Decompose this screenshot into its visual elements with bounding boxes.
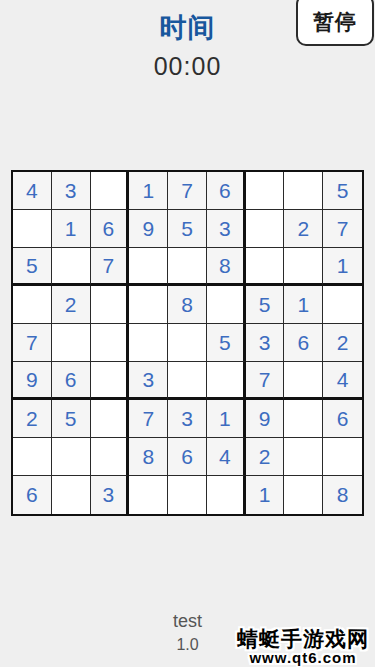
sudoku-cell[interactable]: 9 xyxy=(246,400,285,438)
sudoku-cell[interactable]: 1 xyxy=(284,286,323,324)
sudoku-cell[interactable] xyxy=(284,476,323,514)
sudoku-cell[interactable] xyxy=(284,248,323,286)
sudoku-cell[interactable] xyxy=(284,362,323,400)
sudoku-cell[interactable]: 7 xyxy=(168,172,207,210)
sudoku-cell[interactable] xyxy=(13,286,52,324)
sudoku-cell[interactable] xyxy=(207,362,246,400)
sudoku-cell[interactable]: 4 xyxy=(323,362,362,400)
sudoku-board: 4317651695327578128517536296374257319686… xyxy=(11,170,364,516)
sudoku-cell[interactable]: 7 xyxy=(246,362,285,400)
sudoku-cell[interactable]: 2 xyxy=(284,210,323,248)
sudoku-cell[interactable] xyxy=(207,476,246,514)
sudoku-cell[interactable]: 2 xyxy=(246,438,285,476)
watermark: 蜻蜓手游戏网 www.qt6.com xyxy=(237,628,369,665)
sudoku-cell[interactable] xyxy=(52,324,91,362)
sudoku-cell[interactable]: 2 xyxy=(52,286,91,324)
sudoku-cell[interactable]: 6 xyxy=(323,400,362,438)
sudoku-cell[interactable] xyxy=(13,438,52,476)
sudoku-cell[interactable]: 5 xyxy=(323,172,362,210)
sudoku-cell[interactable] xyxy=(129,286,168,324)
sudoku-cell[interactable]: 8 xyxy=(323,476,362,514)
sudoku-cell[interactable]: 8 xyxy=(207,248,246,286)
sudoku-cell[interactable]: 1 xyxy=(207,400,246,438)
sudoku-cell[interactable] xyxy=(129,248,168,286)
sudoku-app: { "game": "sudoku", "position": "4301760… xyxy=(0,0,375,667)
sudoku-cell[interactable]: 5 xyxy=(13,248,52,286)
sudoku-cell[interactable]: 8 xyxy=(168,286,207,324)
sudoku-cell[interactable]: 6 xyxy=(13,476,52,514)
sudoku-cell[interactable] xyxy=(323,286,362,324)
sudoku-cell[interactable]: 3 xyxy=(129,362,168,400)
sudoku-cell[interactable]: 7 xyxy=(13,324,52,362)
sudoku-cell[interactable] xyxy=(168,476,207,514)
sudoku-cell[interactable] xyxy=(168,362,207,400)
sudoku-cell[interactable] xyxy=(168,248,207,286)
sudoku-cell[interactable]: 6 xyxy=(284,324,323,362)
sudoku-cell[interactable]: 7 xyxy=(323,210,362,248)
sudoku-cell[interactable]: 3 xyxy=(207,210,246,248)
sudoku-cell[interactable] xyxy=(91,400,130,438)
sudoku-cell[interactable]: 7 xyxy=(91,248,130,286)
sudoku-cell[interactable]: 5 xyxy=(246,286,285,324)
sudoku-cell[interactable]: 3 xyxy=(246,324,285,362)
sudoku-cell[interactable]: 6 xyxy=(91,210,130,248)
sudoku-cell[interactable] xyxy=(284,400,323,438)
sudoku-cell[interactable] xyxy=(52,438,91,476)
sudoku-cell[interactable]: 2 xyxy=(323,324,362,362)
sudoku-cell[interactable]: 6 xyxy=(52,362,91,400)
sudoku-cell[interactable] xyxy=(129,476,168,514)
sudoku-cell[interactable]: 9 xyxy=(13,362,52,400)
sudoku-cell[interactable]: 3 xyxy=(168,400,207,438)
sudoku-cell[interactable]: 6 xyxy=(168,438,207,476)
pause-button[interactable]: 暂停 xyxy=(296,0,374,46)
timer-value: 00:00 xyxy=(0,52,375,81)
sudoku-cell[interactable] xyxy=(91,438,130,476)
sudoku-cell[interactable] xyxy=(284,438,323,476)
sudoku-cell[interactable]: 3 xyxy=(52,172,91,210)
sudoku-cell[interactable] xyxy=(91,362,130,400)
sudoku-cell[interactable] xyxy=(52,476,91,514)
sudoku-cell[interactable] xyxy=(129,324,168,362)
sudoku-cell[interactable]: 1 xyxy=(246,476,285,514)
sudoku-cell[interactable] xyxy=(91,172,130,210)
sudoku-cell[interactable] xyxy=(246,248,285,286)
sudoku-cell[interactable]: 3 xyxy=(91,476,130,514)
sudoku-cell[interactable] xyxy=(168,324,207,362)
sudoku-cell[interactable] xyxy=(91,324,130,362)
sudoku-cell[interactable] xyxy=(207,286,246,324)
sudoku-cell[interactable]: 5 xyxy=(52,400,91,438)
sudoku-cell[interactable] xyxy=(13,210,52,248)
watermark-site-url: www.qt6.com xyxy=(237,650,369,665)
sudoku-cell[interactable]: 4 xyxy=(207,438,246,476)
sudoku-cell[interactable] xyxy=(246,172,285,210)
sudoku-cell[interactable]: 7 xyxy=(129,400,168,438)
sudoku-cell[interactable] xyxy=(284,172,323,210)
sudoku-cell[interactable] xyxy=(323,438,362,476)
sudoku-cell[interactable]: 4 xyxy=(13,172,52,210)
sudoku-cell[interactable]: 1 xyxy=(129,172,168,210)
sudoku-cell[interactable]: 2 xyxy=(13,400,52,438)
sudoku-cell[interactable]: 6 xyxy=(207,172,246,210)
sudoku-cell[interactable]: 1 xyxy=(323,248,362,286)
sudoku-cell[interactable]: 9 xyxy=(129,210,168,248)
watermark-site-name: 蜻蜓手游戏网 xyxy=(237,628,369,650)
sudoku-cell[interactable]: 5 xyxy=(168,210,207,248)
sudoku-cell[interactable]: 8 xyxy=(129,438,168,476)
sudoku-cell[interactable]: 1 xyxy=(52,210,91,248)
sudoku-cell[interactable] xyxy=(246,210,285,248)
sudoku-cell[interactable] xyxy=(52,248,91,286)
sudoku-cell[interactable] xyxy=(91,286,130,324)
sudoku-cell[interactable]: 5 xyxy=(207,324,246,362)
